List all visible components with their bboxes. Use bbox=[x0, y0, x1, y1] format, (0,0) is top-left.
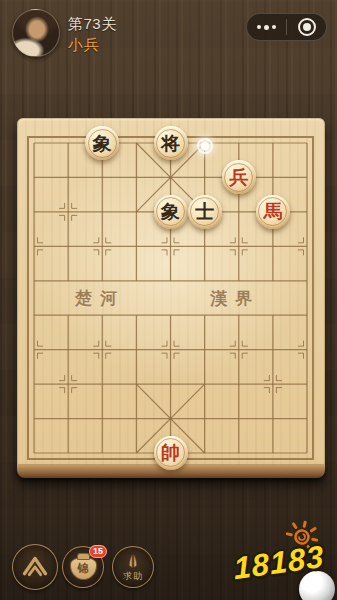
piece-馬-red[interactable]: 馬 bbox=[256, 195, 290, 229]
piece-label: 士 bbox=[195, 202, 214, 221]
more-options-icon bbox=[272, 25, 276, 29]
wechat-capsule bbox=[246, 13, 327, 41]
chevron-up-icon bbox=[13, 544, 57, 590]
xiangqi-app-screen: 第73关 小兵 楚河 漢界 象将兵象士馬帥 锦 15 bbox=[0, 0, 337, 600]
more-options-button[interactable] bbox=[247, 14, 286, 40]
piece-帥-red[interactable]: 帥 bbox=[154, 436, 188, 470]
piece-兵-red[interactable]: 兵 bbox=[222, 160, 256, 194]
ask-help-button[interactable]: 求助 bbox=[112, 546, 154, 588]
piece-label: 象 bbox=[93, 134, 112, 153]
exit-button[interactable] bbox=[287, 14, 326, 40]
piece-象-black[interactable]: 象 bbox=[154, 195, 188, 229]
level-label: 第73关 bbox=[68, 15, 117, 34]
help-label: 求助 bbox=[123, 572, 143, 581]
piece-label: 帥 bbox=[161, 443, 180, 462]
piece-label: 馬 bbox=[263, 202, 282, 221]
piece-label: 将 bbox=[161, 134, 180, 153]
more-options-icon bbox=[257, 25, 261, 29]
money-bag-icon: 锦 bbox=[70, 557, 97, 580]
hint-bag-button[interactable]: 锦 15 bbox=[62, 546, 104, 588]
player-avatar[interactable] bbox=[12, 9, 60, 57]
piece-label: 兵 bbox=[229, 168, 248, 187]
piece-将-black[interactable]: 将 bbox=[154, 126, 188, 160]
more-options-icon bbox=[264, 25, 269, 30]
hint-count-badge: 15 bbox=[89, 545, 107, 558]
bag-char: 锦 bbox=[78, 561, 89, 576]
river-label-right: 漢界 bbox=[193, 287, 277, 310]
piece-象-black[interactable]: 象 bbox=[85, 126, 119, 160]
piece-士-black[interactable]: 士 bbox=[188, 195, 222, 229]
piece-label: 象 bbox=[161, 202, 180, 221]
praying-hands-icon bbox=[124, 553, 142, 571]
river-label-left: 楚河 bbox=[58, 287, 142, 310]
menu-button[interactable] bbox=[12, 544, 58, 590]
exit-icon bbox=[298, 18, 316, 36]
rank-label: 小兵 bbox=[68, 36, 99, 55]
